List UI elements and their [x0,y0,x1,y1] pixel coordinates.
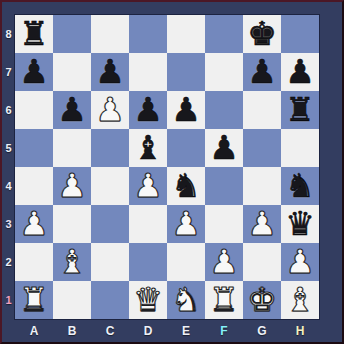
piece-black-pawn[interactable]: ♟ [57,91,87,129]
square-b3[interactable] [53,205,91,243]
file-labels: A B C D E F G H [15,319,319,342]
square-c5[interactable] [91,129,129,167]
file-label-c: C [91,323,129,338]
square-b8[interactable] [53,15,91,53]
square-b5[interactable] [53,129,91,167]
piece-black-knight[interactable]: ♞ [171,167,201,205]
square-a1[interactable]: ♜ [15,281,53,319]
piece-black-pawn[interactable]: ♟ [247,53,277,91]
rank-label-5: 5 [2,129,15,167]
square-g3[interactable]: ♟ [243,205,281,243]
square-h8[interactable] [281,15,319,53]
piece-black-pawn[interactable]: ♟ [133,91,163,129]
rank-label-6: 6 [2,91,15,129]
square-e8[interactable] [167,15,205,53]
square-g6[interactable] [243,91,281,129]
square-g7[interactable]: ♟ [243,53,281,91]
square-c8[interactable] [91,15,129,53]
square-h7[interactable]: ♟ [281,53,319,91]
square-e7[interactable] [167,53,205,91]
square-b1[interactable] [53,281,91,319]
piece-black-pawn[interactable]: ♟ [285,53,315,91]
piece-black-pawn[interactable]: ♟ [19,53,49,91]
square-e2[interactable] [167,243,205,281]
square-f3[interactable] [205,205,243,243]
square-h3[interactable]: ♛ [281,205,319,243]
square-a4[interactable] [15,167,53,205]
square-a3[interactable]: ♟ [15,205,53,243]
square-g5[interactable] [243,129,281,167]
square-f2[interactable]: ♟ [205,243,243,281]
square-h4[interactable]: ♞ [281,167,319,205]
file-label-h: H [281,323,319,338]
square-b4[interactable]: ♟ [53,167,91,205]
piece-black-bishop[interactable]: ♝ [133,129,163,167]
square-d4[interactable]: ♟ [129,167,167,205]
square-f8[interactable] [205,15,243,53]
rank-label-3: 3 [2,205,15,243]
square-b7[interactable] [53,53,91,91]
piece-black-knight[interactable]: ♞ [285,167,315,205]
square-a7[interactable]: ♟ [15,53,53,91]
square-c3[interactable] [91,205,129,243]
square-g4[interactable] [243,167,281,205]
chess-board-frame: 8 7 6 5 4 3 2 1 ♜♚♟♟♟♟♟♟♟♟♜♝♟♟♟♞♞♟♟♟♛♝♟♟… [0,0,344,344]
piece-white-pawn[interactable]: ♟ [19,205,49,243]
piece-white-pawn[interactable]: ♟ [95,91,125,129]
piece-white-pawn[interactable]: ♟ [209,243,239,281]
rank-label-2: 2 [2,243,15,281]
square-c1[interactable] [91,281,129,319]
piece-white-rook[interactable]: ♜ [209,281,239,319]
piece-white-pawn[interactable]: ♟ [133,167,163,205]
square-a6[interactable] [15,91,53,129]
square-g1[interactable]: ♚ [243,281,281,319]
square-f4[interactable] [205,167,243,205]
piece-white-knight[interactable]: ♞ [171,281,201,319]
square-e5[interactable] [167,129,205,167]
piece-black-king[interactable]: ♚ [247,15,277,53]
file-label-d: D [129,323,167,338]
square-c6[interactable]: ♟ [91,91,129,129]
file-label-a: A [15,323,53,338]
square-a2[interactable] [15,243,53,281]
file-label-b: B [53,323,91,338]
rank-label-4: 4 [2,167,15,205]
piece-white-king[interactable]: ♚ [247,281,277,319]
square-g2[interactable] [243,243,281,281]
square-d3[interactable] [129,205,167,243]
rank-labels: 8 7 6 5 4 3 2 1 [2,15,15,319]
rank-label-7: 7 [2,53,15,91]
square-c4[interactable] [91,167,129,205]
square-h1[interactable]: ♝ [281,281,319,319]
square-f6[interactable] [205,91,243,129]
square-d8[interactable] [129,15,167,53]
file-label-e: E [167,323,205,338]
piece-white-pawn[interactable]: ♟ [247,205,277,243]
square-h5[interactable] [281,129,319,167]
square-c2[interactable] [91,243,129,281]
file-label-g: G [243,323,281,338]
piece-black-pawn[interactable]: ♟ [209,129,239,167]
square-h6[interactable]: ♜ [281,91,319,129]
rank-label-8: 8 [2,15,15,53]
square-e4[interactable]: ♞ [167,167,205,205]
square-a5[interactable] [15,129,53,167]
square-f7[interactable] [205,53,243,91]
square-e3[interactable]: ♟ [167,205,205,243]
piece-black-queen[interactable]: ♛ [285,205,315,243]
square-d6[interactable]: ♟ [129,91,167,129]
square-b2[interactable]: ♝ [53,243,91,281]
piece-white-queen[interactable]: ♛ [133,281,163,319]
piece-white-bishop[interactable]: ♝ [285,281,315,319]
square-c7[interactable]: ♟ [91,53,129,91]
square-f5[interactable]: ♟ [205,129,243,167]
piece-white-pawn[interactable]: ♟ [285,243,315,281]
square-d5[interactable]: ♝ [129,129,167,167]
piece-white-rook[interactable]: ♜ [19,281,49,319]
square-f1[interactable]: ♜ [205,281,243,319]
piece-black-rook[interactable]: ♜ [19,15,49,53]
square-e6[interactable]: ♟ [167,91,205,129]
square-e1[interactable]: ♞ [167,281,205,319]
file-label-f: F [205,323,243,338]
square-a8[interactable]: ♜ [15,15,53,53]
piece-white-pawn[interactable]: ♟ [171,205,201,243]
square-d7[interactable] [129,53,167,91]
square-d1[interactable]: ♛ [129,281,167,319]
square-h2[interactable]: ♟ [281,243,319,281]
piece-white-bishop[interactable]: ♝ [57,243,87,281]
square-d2[interactable] [129,243,167,281]
piece-white-pawn[interactable]: ♟ [57,167,87,205]
square-g8[interactable]: ♚ [243,15,281,53]
square-b6[interactable]: ♟ [53,91,91,129]
chess-board: ♜♚♟♟♟♟♟♟♟♟♜♝♟♟♟♞♞♟♟♟♛♝♟♟♜♛♞♜♚♝ [15,15,319,319]
piece-black-pawn[interactable]: ♟ [171,91,201,129]
piece-black-rook[interactable]: ♜ [285,91,315,129]
rank-label-1: 1 [2,281,15,319]
piece-black-pawn[interactable]: ♟ [95,53,125,91]
